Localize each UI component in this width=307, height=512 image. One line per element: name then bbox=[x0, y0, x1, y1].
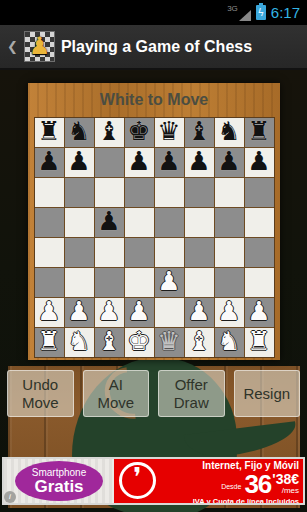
piece-white-rook: ♜ bbox=[247, 328, 270, 356]
undo-move-label: Undo Move bbox=[22, 376, 59, 412]
square-d1[interactable]: ♚ bbox=[125, 328, 154, 357]
square-b4[interactable] bbox=[65, 238, 94, 267]
square-e4[interactable] bbox=[155, 238, 184, 267]
square-e3[interactable]: ♟ bbox=[155, 268, 184, 297]
ad-promo-text-top: Smartphone bbox=[32, 467, 86, 478]
piece-black-pawn: ♟ bbox=[37, 148, 60, 176]
square-e2[interactable] bbox=[155, 298, 184, 327]
ad-price-row: Desde 36 '38€ /mes bbox=[193, 472, 299, 496]
square-c1[interactable]: ♝ bbox=[95, 328, 124, 357]
square-c2[interactable]: ♟ bbox=[95, 298, 124, 327]
ad-price-prefix: Desde bbox=[221, 483, 241, 490]
battery-icon: ϟ bbox=[256, 5, 266, 20]
piece-white-queen: ♛ bbox=[157, 328, 180, 356]
page-title: Playing a Game of Chess bbox=[61, 38, 252, 56]
square-g2[interactable]: ♟ bbox=[215, 298, 244, 327]
status-bar: 3G ϟ 6:17 bbox=[0, 0, 307, 25]
piece-black-pawn: ♟ bbox=[127, 148, 150, 176]
square-g3[interactable] bbox=[215, 268, 244, 297]
resign-label: Resign bbox=[243, 385, 290, 403]
square-a8[interactable]: ♜ bbox=[35, 118, 64, 147]
ad-price-main: 36 bbox=[244, 472, 271, 496]
ad-promo-text-bottom: Gratis bbox=[34, 478, 83, 496]
ad-price-period: /mes bbox=[282, 486, 299, 495]
square-h3[interactable] bbox=[245, 268, 274, 297]
square-g1[interactable]: ♞ bbox=[215, 328, 244, 357]
piece-black-bishop: ♝ bbox=[187, 118, 210, 146]
piece-white-rook: ♜ bbox=[37, 328, 60, 356]
square-f6[interactable] bbox=[185, 178, 214, 207]
square-b7[interactable]: ♟ bbox=[65, 148, 94, 177]
square-g8[interactable]: ♞ bbox=[215, 118, 244, 147]
piece-white-pawn: ♟ bbox=[157, 268, 180, 296]
piece-white-knight: ♞ bbox=[217, 328, 240, 356]
battery-charging-bolt-icon: ϟ bbox=[258, 8, 263, 18]
square-f2[interactable]: ♟ bbox=[185, 298, 214, 327]
square-a3[interactable] bbox=[35, 268, 64, 297]
square-e5[interactable] bbox=[155, 208, 184, 237]
piece-black-queen: ♛ bbox=[157, 118, 180, 146]
status-clock: 6:17 bbox=[271, 4, 300, 21]
square-h8[interactable]: ♜ bbox=[245, 118, 274, 147]
signal-strength-icon bbox=[239, 10, 251, 21]
square-b5[interactable] bbox=[65, 208, 94, 237]
square-a2[interactable]: ♟ bbox=[35, 298, 64, 327]
square-d2[interactable]: ♟ bbox=[125, 298, 154, 327]
ad-price-fraction: '38€ /mes bbox=[272, 472, 299, 495]
piece-white-bishop: ♝ bbox=[187, 328, 210, 356]
piece-black-rook: ♜ bbox=[247, 118, 270, 146]
square-c7[interactable] bbox=[95, 148, 124, 177]
piece-white-pawn: ♟ bbox=[217, 298, 240, 326]
square-a6[interactable] bbox=[35, 178, 64, 207]
piece-white-pawn: ♟ bbox=[67, 298, 90, 326]
square-d8[interactable]: ♚ bbox=[125, 118, 154, 147]
square-h7[interactable]: ♟ bbox=[245, 148, 274, 177]
ad-info-icon[interactable]: i bbox=[4, 491, 16, 503]
square-c6[interactable] bbox=[95, 178, 124, 207]
square-g5[interactable] bbox=[215, 208, 244, 237]
piece-black-pawn: ♟ bbox=[97, 208, 120, 236]
ad-price-decimal: '38€ bbox=[272, 472, 299, 486]
piece-white-pawn: ♟ bbox=[37, 298, 60, 326]
square-h6[interactable] bbox=[245, 178, 274, 207]
ai-move-button[interactable]: AI Move bbox=[83, 370, 150, 417]
square-f5[interactable] bbox=[185, 208, 214, 237]
app-icon-pawn-glyph: ♟ bbox=[29, 32, 51, 61]
ad-offer-section: ❜ Internet, Fijo y Móvil Desde 36 '38€ /… bbox=[114, 459, 303, 503]
square-b1[interactable]: ♞ bbox=[65, 328, 94, 357]
square-b3[interactable] bbox=[65, 268, 94, 297]
ad-promo-badge: Smartphone Gratis bbox=[15, 461, 103, 501]
square-f8[interactable]: ♝ bbox=[185, 118, 214, 147]
square-f4[interactable] bbox=[185, 238, 214, 267]
ad-promo-section: Smartphone Gratis i bbox=[4, 459, 114, 503]
chess-board: ♜♞♝♚♛♝♞♜♟♟♟♟♟♟♟♟♟♟♟♟♟♟♟♟♜♞♝♚♛♝♞♜ bbox=[34, 117, 275, 358]
action-button-bar: Undo Move AI Move Offer Draw Resign bbox=[7, 370, 300, 417]
square-d6[interactable] bbox=[125, 178, 154, 207]
square-b2[interactable]: ♟ bbox=[65, 298, 94, 327]
offer-draw-button[interactable]: Offer Draw bbox=[158, 370, 225, 417]
square-d4[interactable] bbox=[125, 238, 154, 267]
vodafone-logo-icon: ❜ bbox=[119, 462, 156, 499]
square-g6[interactable] bbox=[215, 178, 244, 207]
piece-white-king: ♚ bbox=[127, 328, 150, 356]
piece-white-pawn: ♟ bbox=[127, 298, 150, 326]
piece-black-pawn: ♟ bbox=[247, 148, 270, 176]
piece-black-rook: ♜ bbox=[37, 118, 60, 146]
square-f1[interactable]: ♝ bbox=[185, 328, 214, 357]
resign-button[interactable]: Resign bbox=[234, 370, 301, 417]
ad-offer-text: Internet, Fijo y Móvil Desde 36 '38€ /me… bbox=[193, 460, 299, 505]
ai-move-label: AI Move bbox=[97, 376, 134, 412]
vodafone-mark-glyph: ❜ bbox=[133, 464, 141, 490]
undo-move-button[interactable]: Undo Move bbox=[7, 370, 74, 417]
square-c3[interactable] bbox=[95, 268, 124, 297]
square-g7[interactable]: ♟ bbox=[215, 148, 244, 177]
square-h2[interactable]: ♟ bbox=[245, 298, 274, 327]
square-a5[interactable] bbox=[35, 208, 64, 237]
piece-black-bishop: ♝ bbox=[97, 118, 120, 146]
square-a4[interactable] bbox=[35, 238, 64, 267]
piece-white-pawn: ♟ bbox=[247, 298, 270, 326]
piece-white-pawn: ♟ bbox=[187, 298, 210, 326]
square-e6[interactable] bbox=[155, 178, 184, 207]
app-bar: ❮ ♟ Playing a Game of Chess bbox=[0, 25, 307, 70]
network-type-label: 3G bbox=[227, 5, 238, 13]
square-a1[interactable]: ♜ bbox=[35, 328, 64, 357]
piece-black-pawn: ♟ bbox=[187, 148, 210, 176]
square-b6[interactable] bbox=[65, 178, 94, 207]
ad-disclaimer: IVA y Cuota de línea Incluidos bbox=[193, 497, 299, 505]
board-panel: White to Move ♜♞♝♚♛♝♞♜♟♟♟♟♟♟♟♟♟♟♟♟♟♟♟♟♜♞… bbox=[28, 83, 280, 360]
square-h1[interactable]: ♜ bbox=[245, 328, 274, 357]
piece-black-pawn: ♟ bbox=[67, 148, 90, 176]
square-f7[interactable]: ♟ bbox=[185, 148, 214, 177]
square-c4[interactable] bbox=[95, 238, 124, 267]
square-d3[interactable] bbox=[125, 268, 154, 297]
square-d5[interactable] bbox=[125, 208, 154, 237]
app-screen: 3G ϟ 6:17 ❮ ♟ Playing a Game of Chess Wh… bbox=[0, 0, 307, 512]
signal-indicator: 3G bbox=[227, 5, 251, 21]
back-chevron-icon[interactable]: ❮ bbox=[7, 40, 18, 53]
ad-banner[interactable]: Smartphone Gratis i ❜ Internet, Fijo y M… bbox=[2, 457, 305, 505]
square-e1[interactable]: ♛ bbox=[155, 328, 184, 357]
square-e7[interactable]: ♟ bbox=[155, 148, 184, 177]
offer-draw-label: Offer Draw bbox=[174, 376, 209, 412]
turn-indicator: White to Move bbox=[28, 83, 280, 117]
piece-black-pawn: ♟ bbox=[157, 148, 180, 176]
square-a7[interactable]: ♟ bbox=[35, 148, 64, 177]
piece-white-bishop: ♝ bbox=[97, 328, 120, 356]
square-h5[interactable] bbox=[245, 208, 274, 237]
piece-black-pawn: ♟ bbox=[217, 148, 240, 176]
square-e8[interactable]: ♛ bbox=[155, 118, 184, 147]
square-b8[interactable]: ♞ bbox=[65, 118, 94, 147]
square-c8[interactable]: ♝ bbox=[95, 118, 124, 147]
piece-white-knight: ♞ bbox=[67, 328, 90, 356]
piece-black-king: ♚ bbox=[127, 118, 150, 146]
square-g4[interactable] bbox=[215, 238, 244, 267]
square-d7[interactable]: ♟ bbox=[125, 148, 154, 177]
square-f3[interactable] bbox=[185, 268, 214, 297]
square-c5[interactable]: ♟ bbox=[95, 208, 124, 237]
piece-black-knight: ♞ bbox=[67, 118, 90, 146]
piece-white-pawn: ♟ bbox=[97, 298, 120, 326]
piece-black-knight: ♞ bbox=[217, 118, 240, 146]
app-icon: ♟ bbox=[24, 31, 55, 62]
square-h4[interactable] bbox=[245, 238, 274, 267]
